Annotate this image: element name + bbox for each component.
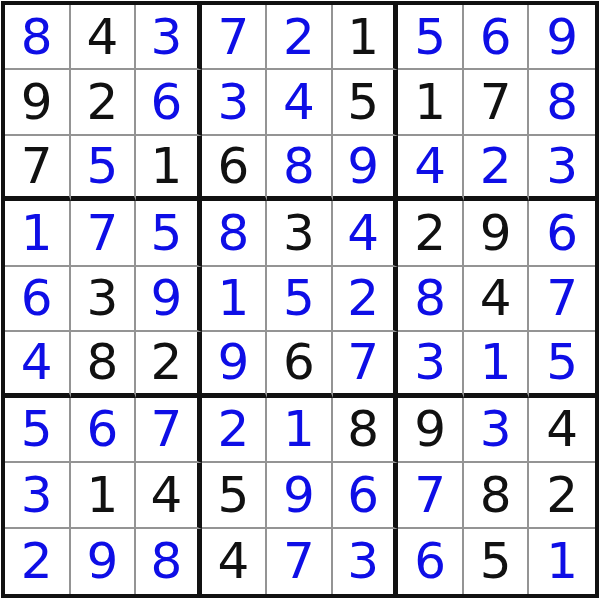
given-digit: 4 xyxy=(546,404,578,454)
cell-r9c2[interactable]: 9 xyxy=(71,529,137,594)
filled-digit: 5 xyxy=(150,208,182,258)
cell-r6c8[interactable]: 1 xyxy=(464,332,530,397)
cell-r7c5[interactable]: 1 xyxy=(267,398,333,463)
cell-r4c3[interactable]: 5 xyxy=(136,201,202,266)
cell-r8c5[interactable]: 9 xyxy=(267,463,333,528)
cell-r4c8[interactable]: 9 xyxy=(464,201,530,266)
filled-digit: 1 xyxy=(21,208,53,258)
filled-digit: 6 xyxy=(86,404,118,454)
cell-r9c6[interactable]: 3 xyxy=(333,529,399,594)
filled-digit: 5 xyxy=(414,12,446,62)
cell-r1c7[interactable]: 5 xyxy=(398,5,464,70)
given-digit: 2 xyxy=(150,337,182,387)
cell-r4c4[interactable]: 8 xyxy=(202,201,268,266)
cell-r5c2[interactable]: 3 xyxy=(71,267,137,332)
filled-digit: 6 xyxy=(546,208,578,258)
filled-digit: 3 xyxy=(546,141,578,191)
cell-r9c1[interactable]: 2 xyxy=(5,529,71,594)
given-digit: 5 xyxy=(347,77,379,127)
cell-r9c5[interactable]: 7 xyxy=(267,529,333,594)
cell-r3c2[interactable]: 5 xyxy=(71,136,137,201)
filled-digit: 9 xyxy=(283,470,315,520)
filled-digit: 8 xyxy=(414,273,446,323)
cell-r7c8[interactable]: 3 xyxy=(464,398,530,463)
cell-r7c2[interactable]: 6 xyxy=(71,398,137,463)
filled-digit: 6 xyxy=(21,273,53,323)
cell-r3c8[interactable]: 2 xyxy=(464,136,530,201)
cell-r5c5[interactable]: 5 xyxy=(267,267,333,332)
given-digit: 5 xyxy=(218,470,250,520)
filled-digit: 7 xyxy=(347,337,379,387)
filled-digit: 7 xyxy=(546,273,578,323)
filled-digit: 3 xyxy=(414,337,446,387)
filled-digit: 9 xyxy=(86,536,118,586)
sudoku-page: 8437215699263451787516894231758342966391… xyxy=(0,0,600,599)
cell-r8c3[interactable]: 4 xyxy=(136,463,202,528)
given-digit: 1 xyxy=(150,141,182,191)
given-digit: 1 xyxy=(86,470,118,520)
cell-r4c1[interactable]: 1 xyxy=(5,201,71,266)
cell-r2c2[interactable]: 2 xyxy=(71,70,137,135)
filled-digit: 8 xyxy=(150,536,182,586)
given-digit: 1 xyxy=(414,77,446,127)
filled-digit: 3 xyxy=(480,404,512,454)
given-digit: 8 xyxy=(480,470,512,520)
cell-r3c1[interactable]: 7 xyxy=(5,136,71,201)
filled-digit: 6 xyxy=(480,12,512,62)
filled-digit: 7 xyxy=(283,536,315,586)
cell-r8c1[interactable]: 3 xyxy=(5,463,71,528)
given-digit: 4 xyxy=(218,536,250,586)
filled-digit: 7 xyxy=(86,208,118,258)
cell-r6c5[interactable]: 6 xyxy=(267,332,333,397)
filled-digit: 4 xyxy=(283,77,315,127)
filled-digit: 1 xyxy=(218,273,250,323)
cell-r1c1[interactable]: 8 xyxy=(5,5,71,70)
cell-r8c7[interactable]: 7 xyxy=(398,463,464,528)
cell-r5c9[interactable]: 7 xyxy=(529,267,595,332)
cell-r6c3[interactable]: 2 xyxy=(136,332,202,397)
cell-r7c4[interactable]: 2 xyxy=(202,398,268,463)
cell-r9c9[interactable]: 1 xyxy=(529,529,595,594)
filled-digit: 7 xyxy=(150,404,182,454)
filled-digit: 2 xyxy=(283,12,315,62)
given-digit: 6 xyxy=(283,337,315,387)
cell-r3c3[interactable]: 1 xyxy=(136,136,202,201)
given-digit: 9 xyxy=(21,77,53,127)
filled-digit: 4 xyxy=(414,141,446,191)
cell-r3c9[interactable]: 3 xyxy=(529,136,595,201)
cell-r9c8[interactable]: 5 xyxy=(464,529,530,594)
cell-r4c5[interactable]: 3 xyxy=(267,201,333,266)
cell-r1c2[interactable]: 4 xyxy=(71,5,137,70)
filled-digit: 4 xyxy=(21,337,53,387)
cell-r2c7[interactable]: 1 xyxy=(398,70,464,135)
cell-r7c7[interactable]: 9 xyxy=(398,398,464,463)
cell-r3c4[interactable]: 6 xyxy=(202,136,268,201)
cell-r4c9[interactable]: 6 xyxy=(529,201,595,266)
cell-r8c6[interactable]: 6 xyxy=(333,463,399,528)
cell-r9c7[interactable]: 6 xyxy=(398,529,464,594)
cell-r2c8[interactable]: 7 xyxy=(464,70,530,135)
given-digit: 6 xyxy=(218,141,250,191)
given-digit: 4 xyxy=(150,470,182,520)
cell-r8c8[interactable]: 8 xyxy=(464,463,530,528)
filled-digit: 7 xyxy=(414,470,446,520)
filled-digit: 6 xyxy=(414,536,446,586)
cell-r7c9[interactable]: 4 xyxy=(529,398,595,463)
cell-r6c1[interactable]: 4 xyxy=(5,332,71,397)
cell-r7c3[interactable]: 7 xyxy=(136,398,202,463)
given-digit: 1 xyxy=(347,12,379,62)
filled-digit: 8 xyxy=(546,77,578,127)
cell-r5c8[interactable]: 4 xyxy=(464,267,530,332)
cell-r8c9[interactable]: 2 xyxy=(529,463,595,528)
filled-digit: 6 xyxy=(347,470,379,520)
cell-r2c3[interactable]: 6 xyxy=(136,70,202,135)
given-digit: 8 xyxy=(86,337,118,387)
cell-r9c4[interactable]: 4 xyxy=(202,529,268,594)
cell-r5c4[interactable]: 1 xyxy=(202,267,268,332)
cell-r5c1[interactable]: 6 xyxy=(5,267,71,332)
given-digit: 4 xyxy=(86,12,118,62)
cell-r6c2[interactable]: 8 xyxy=(71,332,137,397)
given-digit: 2 xyxy=(86,77,118,127)
filled-digit: 2 xyxy=(21,536,53,586)
filled-digit: 5 xyxy=(283,273,315,323)
cell-r9c3[interactable]: 8 xyxy=(136,529,202,594)
given-digit: 9 xyxy=(480,208,512,258)
given-digit: 7 xyxy=(21,141,53,191)
filled-digit: 8 xyxy=(218,208,250,258)
cell-r5c7[interactable]: 8 xyxy=(398,267,464,332)
cell-r1c4[interactable]: 7 xyxy=(202,5,268,70)
cell-r5c3[interactable]: 9 xyxy=(136,267,202,332)
given-digit: 3 xyxy=(283,208,315,258)
given-digit: 5 xyxy=(480,536,512,586)
cell-r3c5[interactable]: 8 xyxy=(267,136,333,201)
cell-r1c5[interactable]: 2 xyxy=(267,5,333,70)
cell-r2c6[interactable]: 5 xyxy=(333,70,399,135)
cell-r7c1[interactable]: 5 xyxy=(5,398,71,463)
cell-r2c1[interactable]: 9 xyxy=(5,70,71,135)
cell-r6c6[interactable]: 7 xyxy=(333,332,399,397)
cell-r2c4[interactable]: 3 xyxy=(202,70,268,135)
given-digit: 2 xyxy=(546,470,578,520)
filled-digit: 3 xyxy=(150,12,182,62)
filled-digit: 2 xyxy=(347,273,379,323)
given-digit: 9 xyxy=(414,404,446,454)
filled-digit: 9 xyxy=(150,273,182,323)
cell-r4c2[interactable]: 7 xyxy=(71,201,137,266)
cell-r1c6[interactable]: 1 xyxy=(333,5,399,70)
filled-digit: 8 xyxy=(21,12,53,62)
cell-r6c9[interactable]: 5 xyxy=(529,332,595,397)
given-digit: 8 xyxy=(347,404,379,454)
given-digit: 3 xyxy=(86,273,118,323)
given-digit: 4 xyxy=(480,273,512,323)
filled-digit: 6 xyxy=(150,77,182,127)
filled-digit: 1 xyxy=(480,337,512,387)
filled-digit: 1 xyxy=(283,404,315,454)
cell-r2c9[interactable]: 8 xyxy=(529,70,595,135)
filled-digit: 7 xyxy=(218,12,250,62)
cell-r8c2[interactable]: 1 xyxy=(71,463,137,528)
cell-r6c4[interactable]: 9 xyxy=(202,332,268,397)
cell-r1c9[interactable]: 9 xyxy=(529,5,595,70)
filled-digit: 5 xyxy=(546,337,578,387)
filled-digit: 2 xyxy=(480,141,512,191)
cell-r4c6[interactable]: 4 xyxy=(333,201,399,266)
cell-r1c3[interactable]: 3 xyxy=(136,5,202,70)
filled-digit: 9 xyxy=(546,12,578,62)
given-digit: 7 xyxy=(480,77,512,127)
cell-r3c7[interactable]: 4 xyxy=(398,136,464,201)
filled-digit: 1 xyxy=(546,536,578,586)
cell-r5c6[interactable]: 2 xyxy=(333,267,399,332)
filled-digit: 3 xyxy=(347,536,379,586)
cell-r1c8[interactable]: 6 xyxy=(464,5,530,70)
cell-r2c5[interactable]: 4 xyxy=(267,70,333,135)
given-digit: 2 xyxy=(414,208,446,258)
cell-r8c4[interactable]: 5 xyxy=(202,463,268,528)
sudoku-board: 8437215699263451787516894231758342966391… xyxy=(1,1,599,598)
cell-r4c7[interactable]: 2 xyxy=(398,201,464,266)
filled-digit: 3 xyxy=(21,470,53,520)
filled-digit: 5 xyxy=(86,141,118,191)
filled-digit: 2 xyxy=(218,404,250,454)
cell-r3c6[interactable]: 9 xyxy=(333,136,399,201)
filled-digit: 3 xyxy=(218,77,250,127)
filled-digit: 5 xyxy=(21,404,53,454)
filled-digit: 9 xyxy=(218,337,250,387)
cell-r7c6[interactable]: 8 xyxy=(333,398,399,463)
filled-digit: 9 xyxy=(347,141,379,191)
cell-r6c7[interactable]: 3 xyxy=(398,332,464,397)
filled-digit: 8 xyxy=(283,141,315,191)
filled-digit: 4 xyxy=(347,208,379,258)
